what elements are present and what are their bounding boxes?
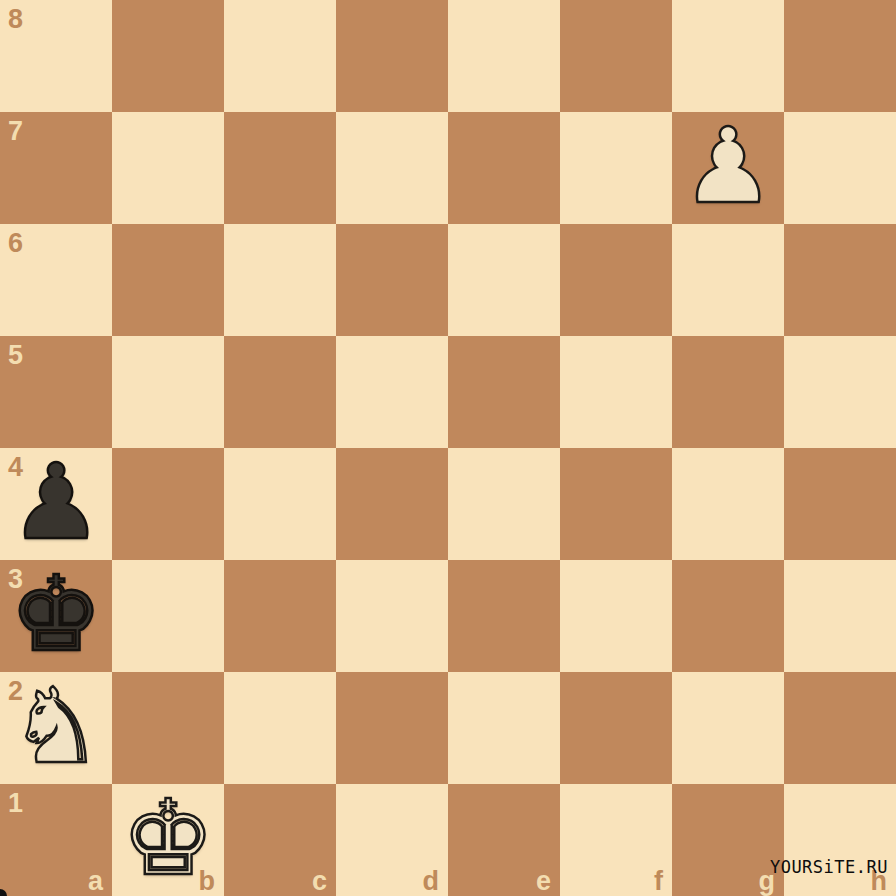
file-label-d: d xyxy=(423,868,440,895)
square-c2[interactable] xyxy=(224,672,336,784)
square-c1[interactable]: c xyxy=(224,784,336,896)
square-a6[interactable]: 6 xyxy=(0,224,112,336)
square-g5[interactable] xyxy=(672,336,784,448)
chess-board: 87♟654♟3♚2♞1ab♚cdefgh xyxy=(0,0,896,896)
piece-white-knight[interactable]: ♞ xyxy=(9,674,102,778)
piece-white-pawn[interactable]: ♟ xyxy=(681,114,774,218)
square-f4[interactable] xyxy=(560,448,672,560)
square-b1[interactable]: b♚ xyxy=(112,784,224,896)
square-g1[interactable]: g xyxy=(672,784,784,896)
file-label-a: a xyxy=(88,868,103,895)
square-g4[interactable] xyxy=(672,448,784,560)
square-f8[interactable] xyxy=(560,0,672,112)
piece-white-king[interactable]: ♚ xyxy=(121,786,214,890)
square-g2[interactable] xyxy=(672,672,784,784)
square-b4[interactable] xyxy=(112,448,224,560)
square-b3[interactable] xyxy=(112,560,224,672)
square-a3[interactable]: 3♚ xyxy=(0,560,112,672)
chess-board-wrapper: 87♟654♟3♚2♞1ab♚cdefgh YOURSiTE.RU xyxy=(0,0,896,896)
square-d6[interactable] xyxy=(336,224,448,336)
square-d1[interactable]: d xyxy=(336,784,448,896)
file-label-f: f xyxy=(654,868,663,895)
square-d5[interactable] xyxy=(336,336,448,448)
square-a4[interactable]: 4♟ xyxy=(0,448,112,560)
square-c3[interactable] xyxy=(224,560,336,672)
square-b5[interactable] xyxy=(112,336,224,448)
watermark: YOURSiTE.RU xyxy=(770,857,888,877)
square-h8[interactable] xyxy=(784,0,896,112)
square-c4[interactable] xyxy=(224,448,336,560)
square-e6[interactable] xyxy=(448,224,560,336)
piece-black-king[interactable]: ♚ xyxy=(9,562,102,666)
square-h3[interactable] xyxy=(784,560,896,672)
square-f2[interactable] xyxy=(560,672,672,784)
square-d8[interactable] xyxy=(336,0,448,112)
square-g3[interactable] xyxy=(672,560,784,672)
square-e7[interactable] xyxy=(448,112,560,224)
square-h6[interactable] xyxy=(784,224,896,336)
square-f7[interactable] xyxy=(560,112,672,224)
square-c6[interactable] xyxy=(224,224,336,336)
square-e3[interactable] xyxy=(448,560,560,672)
square-d4[interactable] xyxy=(336,448,448,560)
square-e8[interactable] xyxy=(448,0,560,112)
square-a1[interactable]: 1a xyxy=(0,784,112,896)
file-label-c: c xyxy=(312,868,327,895)
square-a7[interactable]: 7 xyxy=(0,112,112,224)
square-e5[interactable] xyxy=(448,336,560,448)
square-h1[interactable]: h xyxy=(784,784,896,896)
rank-label-6: 6 xyxy=(8,230,23,257)
square-h2[interactable] xyxy=(784,672,896,784)
square-b6[interactable] xyxy=(112,224,224,336)
square-e4[interactable] xyxy=(448,448,560,560)
square-b2[interactable] xyxy=(112,672,224,784)
square-h7[interactable] xyxy=(784,112,896,224)
square-a2[interactable]: 2♞ xyxy=(0,672,112,784)
square-g6[interactable] xyxy=(672,224,784,336)
rank-label-7: 7 xyxy=(8,118,23,145)
square-b7[interactable] xyxy=(112,112,224,224)
square-f1[interactable]: f xyxy=(560,784,672,896)
square-d3[interactable] xyxy=(336,560,448,672)
square-c5[interactable] xyxy=(224,336,336,448)
square-d2[interactable] xyxy=(336,672,448,784)
square-h4[interactable] xyxy=(784,448,896,560)
square-c7[interactable] xyxy=(224,112,336,224)
square-e1[interactable]: e xyxy=(448,784,560,896)
piece-black-pawn[interactable]: ♟ xyxy=(9,450,102,554)
square-e2[interactable] xyxy=(448,672,560,784)
rank-label-5: 5 xyxy=(8,342,23,369)
square-f6[interactable] xyxy=(560,224,672,336)
rank-label-8: 8 xyxy=(8,6,23,33)
square-g7[interactable]: ♟ xyxy=(672,112,784,224)
square-d7[interactable] xyxy=(336,112,448,224)
rank-label-1: 1 xyxy=(8,790,23,817)
square-f5[interactable] xyxy=(560,336,672,448)
square-g8[interactable] xyxy=(672,0,784,112)
file-label-e: e xyxy=(536,868,551,895)
square-b8[interactable] xyxy=(112,0,224,112)
square-a5[interactable]: 5 xyxy=(0,336,112,448)
square-h5[interactable] xyxy=(784,336,896,448)
square-f3[interactable] xyxy=(560,560,672,672)
square-c8[interactable] xyxy=(224,0,336,112)
square-a8[interactable]: 8 xyxy=(0,0,112,112)
